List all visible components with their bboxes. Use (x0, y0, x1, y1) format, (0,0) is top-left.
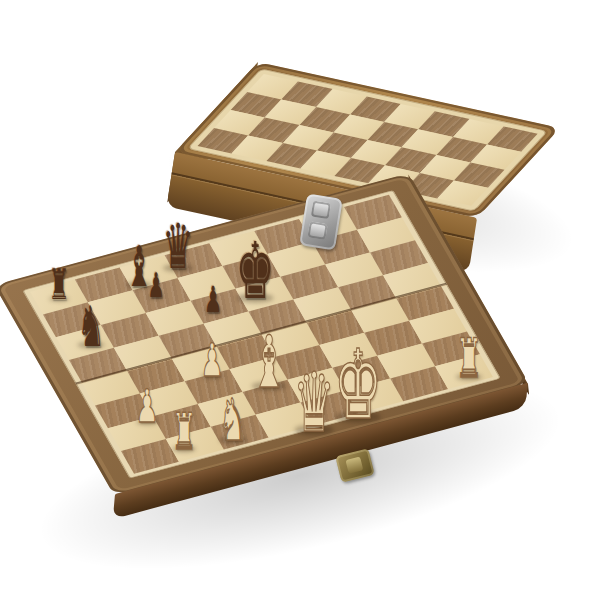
box-clasp-buckle-bottom (307, 221, 327, 240)
box-clasp-buckle-top (311, 201, 331, 220)
board-clasp-hook (345, 457, 363, 474)
product-photo-chess-cassette: { "game": "chess", "scene": "Wooden fold… (0, 0, 600, 600)
